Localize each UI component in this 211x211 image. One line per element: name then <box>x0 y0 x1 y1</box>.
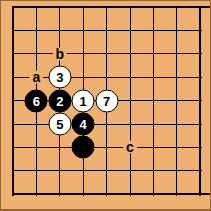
grid-line-h9 <box>12 193 210 195</box>
grid-line-v6 <box>130 6 131 196</box>
point-label-a: a <box>29 71 43 84</box>
stone-black-plain <box>72 136 95 159</box>
grid-line-h1 <box>12 6 210 8</box>
stone-white-7: 7 <box>95 89 118 112</box>
stone-black-6: 6 <box>25 89 48 112</box>
stone-black-4: 4 <box>72 113 95 136</box>
grid-line-v1 <box>12 6 14 196</box>
point-label-c: c <box>123 141 137 154</box>
grid-line-v7 <box>153 6 154 196</box>
stone-white-3: 3 <box>48 66 71 89</box>
point-label-b: b <box>53 47 68 60</box>
stone-white-1: 1 <box>72 89 95 112</box>
stone-black-2: 2 <box>48 89 71 112</box>
go-board: 3621754abc <box>0 0 211 211</box>
grid-line-v8 <box>176 6 177 196</box>
grid-line-v9 <box>199 6 201 196</box>
stone-white-5: 5 <box>48 113 71 136</box>
